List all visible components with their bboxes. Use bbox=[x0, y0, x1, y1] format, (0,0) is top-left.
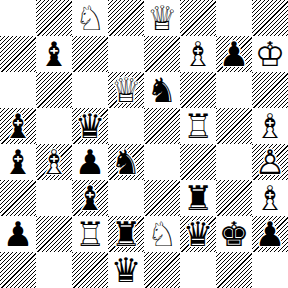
square-g6[interactable] bbox=[216, 72, 252, 108]
square-g2[interactable]: ♚♚ bbox=[216, 216, 252, 252]
square-d5[interactable] bbox=[108, 108, 144, 144]
black-pawn-a2[interactable]: ♟♟ bbox=[0, 216, 36, 252]
square-a1[interactable] bbox=[0, 252, 36, 288]
square-a8[interactable] bbox=[0, 0, 36, 36]
square-e1[interactable] bbox=[144, 252, 180, 288]
square-f3[interactable]: ♜♜ bbox=[180, 180, 216, 216]
square-a4[interactable]: ♝♝ bbox=[0, 144, 36, 180]
white-knight-c8[interactable]: ♞♘ bbox=[72, 0, 108, 36]
white-rook-icon: ♖ bbox=[180, 108, 216, 144]
black-queen-c5[interactable]: ♛♛ bbox=[72, 108, 108, 144]
black-queen-icon: ♛ bbox=[180, 216, 216, 252]
square-h1[interactable] bbox=[252, 252, 288, 288]
square-d1[interactable]: ♛♛ bbox=[108, 252, 144, 288]
square-f4[interactable] bbox=[180, 144, 216, 180]
black-rook-f3[interactable]: ♜♜ bbox=[180, 180, 216, 216]
black-bishop-icon: ♝ bbox=[72, 180, 108, 216]
black-bishop-a5[interactable]: ♝♝ bbox=[0, 108, 36, 144]
square-e4[interactable] bbox=[144, 144, 180, 180]
black-king-icon: ♚ bbox=[216, 216, 252, 252]
black-pawn-icon: ♟ bbox=[0, 216, 36, 252]
square-e5[interactable] bbox=[144, 108, 180, 144]
black-pawn-icon: ♟ bbox=[72, 144, 108, 180]
black-knight-e6[interactable]: ♞♞ bbox=[144, 72, 180, 108]
black-pawn-h2[interactable]: ♟♟ bbox=[252, 216, 288, 252]
black-bishop-b7[interactable]: ♝♝ bbox=[36, 36, 72, 72]
square-b2[interactable] bbox=[36, 216, 72, 252]
square-b8[interactable] bbox=[36, 0, 72, 36]
black-pawn-c4[interactable]: ♟♟ bbox=[72, 144, 108, 180]
black-pawn-icon: ♟ bbox=[216, 36, 252, 72]
black-knight-icon: ♞ bbox=[144, 72, 180, 108]
white-bishop-icon: ♗ bbox=[36, 144, 72, 180]
square-f5[interactable]: ♜♖ bbox=[180, 108, 216, 144]
square-h4[interactable]: ♟♙ bbox=[252, 144, 288, 180]
square-d3[interactable] bbox=[108, 180, 144, 216]
black-pawn-g7[interactable]: ♟♟ bbox=[216, 36, 252, 72]
square-h5[interactable]: ♝♗ bbox=[252, 108, 288, 144]
white-bishop-b4[interactable]: ♝♗ bbox=[36, 144, 72, 180]
white-rook-f5[interactable]: ♜♖ bbox=[180, 108, 216, 144]
square-a5[interactable]: ♝♝ bbox=[0, 108, 36, 144]
black-rook-d2[interactable]: ♜♜ bbox=[108, 216, 144, 252]
white-rook-icon: ♖ bbox=[72, 216, 108, 252]
square-h6[interactable] bbox=[252, 72, 288, 108]
white-bishop-icon: ♗ bbox=[252, 180, 288, 216]
square-e3[interactable] bbox=[144, 180, 180, 216]
white-queen-icon: ♕ bbox=[108, 72, 144, 108]
square-h7[interactable]: ♚♔ bbox=[252, 36, 288, 72]
black-queen-d1[interactable]: ♛♛ bbox=[108, 252, 144, 288]
white-queen-e8[interactable]: ♛♕ bbox=[144, 0, 180, 36]
white-bishop-f7[interactable]: ♝♗ bbox=[180, 36, 216, 72]
white-king-icon: ♔ bbox=[252, 36, 288, 72]
white-bishop-icon: ♗ bbox=[180, 36, 216, 72]
square-c7[interactable] bbox=[72, 36, 108, 72]
square-c4[interactable]: ♟♟ bbox=[72, 144, 108, 180]
square-b5[interactable] bbox=[36, 108, 72, 144]
square-d8[interactable] bbox=[108, 0, 144, 36]
black-knight-icon: ♞ bbox=[108, 144, 144, 180]
square-d6[interactable]: ♛♕ bbox=[108, 72, 144, 108]
square-g1[interactable] bbox=[216, 252, 252, 288]
black-knight-d4[interactable]: ♞♞ bbox=[108, 144, 144, 180]
square-f6[interactable] bbox=[180, 72, 216, 108]
square-a6[interactable] bbox=[0, 72, 36, 108]
square-c8[interactable]: ♞♘ bbox=[72, 0, 108, 36]
square-c5[interactable]: ♛♛ bbox=[72, 108, 108, 144]
square-e8[interactable]: ♛♕ bbox=[144, 0, 180, 36]
square-e6[interactable]: ♞♞ bbox=[144, 72, 180, 108]
white-king-h7[interactable]: ♚♔ bbox=[252, 36, 288, 72]
square-f8[interactable] bbox=[180, 0, 216, 36]
square-d4[interactable]: ♞♞ bbox=[108, 144, 144, 180]
square-c6[interactable] bbox=[72, 72, 108, 108]
square-a2[interactable]: ♟♟ bbox=[0, 216, 36, 252]
square-g4[interactable] bbox=[216, 144, 252, 180]
black-queen-f2[interactable]: ♛♛ bbox=[180, 216, 216, 252]
square-h3[interactable]: ♝♗ bbox=[252, 180, 288, 216]
square-f1[interactable] bbox=[180, 252, 216, 288]
square-a7[interactable] bbox=[0, 36, 36, 72]
black-rook-icon: ♜ bbox=[180, 180, 216, 216]
white-knight-e2[interactable]: ♞♘ bbox=[144, 216, 180, 252]
square-b6[interactable] bbox=[36, 72, 72, 108]
chess-board: ♞♘♛♕♝♝♝♗♟♟♚♔♛♕♞♞♝♝♛♛♜♖♝♗♝♝♝♗♟♟♞♞♟♙♝♝♜♜♝♗… bbox=[0, 0, 288, 288]
square-f2[interactable]: ♛♛ bbox=[180, 216, 216, 252]
square-d2[interactable]: ♜♜ bbox=[108, 216, 144, 252]
white-queen-d6[interactable]: ♛♕ bbox=[108, 72, 144, 108]
white-queen-icon: ♕ bbox=[144, 0, 180, 36]
white-pawn-h4[interactable]: ♟♙ bbox=[252, 144, 288, 180]
square-b4[interactable]: ♝♗ bbox=[36, 144, 72, 180]
square-c3[interactable]: ♝♝ bbox=[72, 180, 108, 216]
white-bishop-h3[interactable]: ♝♗ bbox=[252, 180, 288, 216]
square-g5[interactable] bbox=[216, 108, 252, 144]
black-rook-icon: ♜ bbox=[108, 216, 144, 252]
black-queen-icon: ♛ bbox=[72, 108, 108, 144]
square-b7[interactable]: ♝♝ bbox=[36, 36, 72, 72]
black-queen-icon: ♛ bbox=[108, 252, 144, 288]
white-knight-icon: ♘ bbox=[144, 216, 180, 252]
square-h8[interactable] bbox=[252, 0, 288, 36]
white-rook-c2[interactable]: ♜♖ bbox=[72, 216, 108, 252]
black-bishop-icon: ♝ bbox=[0, 144, 36, 180]
white-bishop-h5[interactable]: ♝♗ bbox=[252, 108, 288, 144]
square-g3[interactable] bbox=[216, 180, 252, 216]
black-bishop-icon: ♝ bbox=[36, 36, 72, 72]
square-d7[interactable] bbox=[108, 36, 144, 72]
square-c2[interactable]: ♜♖ bbox=[72, 216, 108, 252]
black-bishop-c3[interactable]: ♝♝ bbox=[72, 180, 108, 216]
black-king-g2[interactable]: ♚♚ bbox=[216, 216, 252, 252]
white-pawn-icon: ♙ bbox=[252, 144, 288, 180]
white-knight-icon: ♘ bbox=[72, 0, 108, 36]
square-f7[interactable]: ♝♗ bbox=[180, 36, 216, 72]
square-h2[interactable]: ♟♟ bbox=[252, 216, 288, 252]
black-bishop-a4[interactable]: ♝♝ bbox=[0, 144, 36, 180]
square-a3[interactable] bbox=[0, 180, 36, 216]
square-b1[interactable] bbox=[36, 252, 72, 288]
square-g8[interactable] bbox=[216, 0, 252, 36]
black-pawn-icon: ♟ bbox=[252, 216, 288, 252]
black-bishop-icon: ♝ bbox=[0, 108, 36, 144]
square-c1[interactable] bbox=[72, 252, 108, 288]
white-bishop-icon: ♗ bbox=[252, 108, 288, 144]
square-g7[interactable]: ♟♟ bbox=[216, 36, 252, 72]
square-b3[interactable] bbox=[36, 180, 72, 216]
square-e2[interactable]: ♞♘ bbox=[144, 216, 180, 252]
square-e7[interactable] bbox=[144, 36, 180, 72]
